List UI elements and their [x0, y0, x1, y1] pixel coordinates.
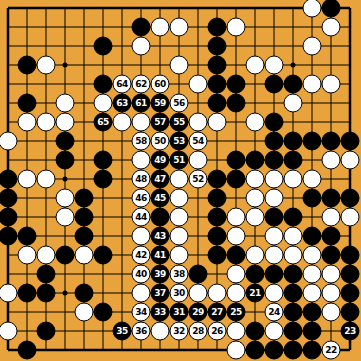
- white-stone: [322, 284, 341, 303]
- black-stone: [56, 246, 75, 265]
- white-stone: [303, 265, 322, 284]
- white-stone-move-48: 48: [132, 170, 151, 189]
- white-stone-move-52: 52: [189, 170, 208, 189]
- white-stone: [246, 246, 265, 265]
- black-stone: [94, 37, 113, 56]
- white-stone-move-56: 56: [170, 94, 189, 113]
- black-stone-move-59: 59: [151, 94, 170, 113]
- black-stone: [208, 189, 227, 208]
- black-stone: [341, 189, 360, 208]
- black-stone-move-55: 55: [170, 113, 189, 132]
- white-stone: [322, 208, 341, 227]
- black-stone: [37, 322, 56, 341]
- white-stone: [189, 113, 208, 132]
- black-stone-move-35: 35: [113, 322, 132, 341]
- black-stone: [341, 132, 360, 151]
- black-stone: [303, 132, 322, 151]
- white-stone: [189, 284, 208, 303]
- white-stone: [246, 113, 265, 132]
- white-stone: [94, 94, 113, 113]
- white-stone-move-26: 26: [208, 322, 227, 341]
- black-stone: [303, 341, 322, 360]
- black-stone: [94, 170, 113, 189]
- white-stone: [227, 227, 246, 246]
- white-stone: [246, 208, 265, 227]
- white-stone: [132, 284, 151, 303]
- white-stone-move-62: 62: [132, 75, 151, 94]
- white-stone: [37, 246, 56, 265]
- white-stone: [132, 151, 151, 170]
- white-stone: [132, 113, 151, 132]
- white-stone: [113, 113, 132, 132]
- black-stone: [284, 208, 303, 227]
- white-stone-move-54: 54: [189, 132, 208, 151]
- black-stone: [265, 151, 284, 170]
- black-stone: [151, 208, 170, 227]
- black-stone: [18, 227, 37, 246]
- black-stone: [56, 151, 75, 170]
- white-stone: [341, 208, 360, 227]
- black-stone: [208, 246, 227, 265]
- white-stone: [322, 265, 341, 284]
- white-stone: [303, 284, 322, 303]
- black-stone-move-63: 63: [113, 94, 132, 113]
- white-stone: [284, 227, 303, 246]
- black-stone: [246, 265, 265, 284]
- white-stone-move-40: 40: [132, 265, 151, 284]
- black-stone: [246, 151, 265, 170]
- black-stone: [94, 151, 113, 170]
- white-stone: [132, 37, 151, 56]
- black-stone-move-31: 31: [170, 303, 189, 322]
- white-stone: [75, 303, 94, 322]
- white-stone: [75, 246, 94, 265]
- black-stone: [75, 284, 94, 303]
- black-stone: [265, 265, 284, 284]
- white-stone-move-58: 58: [132, 132, 151, 151]
- white-stone: [151, 322, 170, 341]
- white-stone: [208, 284, 227, 303]
- white-stone: [189, 75, 208, 94]
- black-stone: [56, 132, 75, 151]
- black-stone-move-45: 45: [151, 189, 170, 208]
- black-stone: [208, 37, 227, 56]
- white-stone: [265, 56, 284, 75]
- white-stone: [170, 246, 189, 265]
- black-stone: [37, 284, 56, 303]
- white-stone: [265, 284, 284, 303]
- black-stone: [132, 18, 151, 37]
- white-stone: [246, 56, 265, 75]
- black-stone: [265, 75, 284, 94]
- black-stone: [284, 151, 303, 170]
- white-stone: [208, 113, 227, 132]
- white-stone: [265, 170, 284, 189]
- white-stone: [227, 322, 246, 341]
- white-stone: [303, 170, 322, 189]
- black-stone: [227, 151, 246, 170]
- white-stone: [151, 18, 170, 37]
- white-stone: [37, 170, 56, 189]
- white-stone-move-44: 44: [132, 208, 151, 227]
- black-stone: [75, 227, 94, 246]
- black-stone: [265, 208, 284, 227]
- black-stone: [303, 227, 322, 246]
- white-stone: [18, 170, 37, 189]
- black-stone-move-65: 65: [94, 113, 113, 132]
- white-stone-move-22: 22: [322, 341, 341, 360]
- white-stone: [284, 246, 303, 265]
- black-stone: [284, 322, 303, 341]
- white-stone: [246, 170, 265, 189]
- white-stone: [170, 56, 189, 75]
- black-stone: [265, 113, 284, 132]
- white-stone: [56, 208, 75, 227]
- white-stone: [322, 18, 341, 37]
- white-stone: [37, 113, 56, 132]
- white-stone: [322, 75, 341, 94]
- white-stone: [37, 56, 56, 75]
- black-stone: [37, 265, 56, 284]
- black-stone-move-23: 23: [341, 322, 360, 341]
- black-stone: [75, 208, 94, 227]
- black-stone-move-25: 25: [227, 303, 246, 322]
- black-stone: [208, 94, 227, 113]
- black-stone: [208, 56, 227, 75]
- white-stone-move-60: 60: [151, 75, 170, 94]
- black-stone-move-49: 49: [151, 151, 170, 170]
- black-stone: [284, 303, 303, 322]
- white-stone-move-42: 42: [132, 246, 151, 265]
- black-stone-move-53: 53: [170, 132, 189, 151]
- black-stone: [322, 227, 341, 246]
- white-stone: [170, 227, 189, 246]
- black-stone: [208, 18, 227, 37]
- white-stone: [284, 170, 303, 189]
- go-board-diagram: 6462606361595665575558505354495148475246…: [0, 0, 361, 361]
- black-stone: [341, 265, 360, 284]
- black-stone: [303, 189, 322, 208]
- white-stone-move-36: 36: [132, 322, 151, 341]
- black-stone-move-57: 57: [151, 113, 170, 132]
- black-stone: [284, 341, 303, 360]
- white-stone: [132, 227, 151, 246]
- black-stone-move-33: 33: [151, 303, 170, 322]
- white-stone: [170, 170, 189, 189]
- white-stone: [265, 189, 284, 208]
- black-stone: [303, 303, 322, 322]
- white-stone: [227, 18, 246, 37]
- black-stone: [227, 94, 246, 113]
- black-stone: [227, 246, 246, 265]
- white-stone: [303, 37, 322, 56]
- white-stone: [322, 303, 341, 322]
- black-stone: [341, 284, 360, 303]
- white-stone: [284, 94, 303, 113]
- black-stone: [18, 284, 37, 303]
- black-stone: [208, 170, 227, 189]
- white-stone: [265, 246, 284, 265]
- black-stone: [208, 75, 227, 94]
- black-stone: [18, 341, 37, 360]
- black-stone-move-21: 21: [246, 284, 265, 303]
- white-stone-move-38: 38: [170, 265, 189, 284]
- black-stone: [265, 341, 284, 360]
- black-stone: [246, 341, 265, 360]
- white-stone: [227, 341, 246, 360]
- black-stone: [94, 75, 113, 94]
- black-stone-move-39: 39: [151, 265, 170, 284]
- black-stone: [322, 189, 341, 208]
- white-stone: [170, 18, 189, 37]
- white-stone-move-30: 30: [170, 284, 189, 303]
- white-stone: [189, 151, 208, 170]
- white-stone: [56, 94, 75, 113]
- black-stone: [94, 303, 113, 322]
- black-stone: [227, 170, 246, 189]
- black-stone: [75, 189, 94, 208]
- black-stone: [208, 227, 227, 246]
- white-stone: [18, 246, 37, 265]
- black-stone-move-43: 43: [151, 227, 170, 246]
- white-stone: [303, 75, 322, 94]
- white-stone: [170, 208, 189, 227]
- white-stone: [341, 151, 360, 170]
- black-stone-move-51: 51: [170, 151, 189, 170]
- white-stone: [303, 246, 322, 265]
- white-stone: [265, 227, 284, 246]
- white-stone: [227, 284, 246, 303]
- black-stone: [322, 132, 341, 151]
- black-stone-move-61: 61: [132, 94, 151, 113]
- black-stone: [227, 75, 246, 94]
- white-stone-move-28: 28: [189, 322, 208, 341]
- white-stone: [265, 322, 284, 341]
- white-stone-move-24: 24: [265, 303, 284, 322]
- black-stone: [284, 75, 303, 94]
- black-stone: [265, 132, 284, 151]
- white-stone: [227, 265, 246, 284]
- white-stone: [322, 151, 341, 170]
- white-stone: [18, 113, 37, 132]
- white-stone: [170, 189, 189, 208]
- white-stone: [56, 113, 75, 132]
- black-stone: [284, 265, 303, 284]
- black-stone: [208, 208, 227, 227]
- white-stone-move-64: 64: [113, 75, 132, 94]
- black-stone: [284, 284, 303, 303]
- black-stone-move-47: 47: [151, 170, 170, 189]
- black-stone: [284, 132, 303, 151]
- white-stone-move-34: 34: [132, 303, 151, 322]
- black-stone: [246, 322, 265, 341]
- black-stone: [303, 322, 322, 341]
- black-stone-move-37: 37: [151, 284, 170, 303]
- black-stone: [322, 246, 341, 265]
- black-stone-move-27: 27: [208, 303, 227, 322]
- white-stone: [246, 189, 265, 208]
- white-stone-move-50: 50: [151, 132, 170, 151]
- black-stone: [18, 94, 37, 113]
- black-stone: [341, 303, 360, 322]
- black-stone-move-41: 41: [151, 246, 170, 265]
- white-stone-move-32: 32: [170, 322, 189, 341]
- white-stone: [56, 189, 75, 208]
- black-stone: [189, 265, 208, 284]
- white-stone: [227, 208, 246, 227]
- black-stone: [18, 56, 37, 75]
- white-stone-move-46: 46: [132, 189, 151, 208]
- black-stone: [341, 246, 360, 265]
- black-stone-move-29: 29: [189, 303, 208, 322]
- black-stone: [94, 246, 113, 265]
